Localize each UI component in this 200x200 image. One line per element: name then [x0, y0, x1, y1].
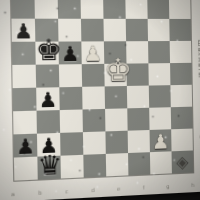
square-d4[interactable]	[82, 86, 105, 109]
square-e4[interactable]	[105, 86, 128, 109]
square-c4[interactable]	[59, 87, 82, 110]
square-a5[interactable]	[12, 65, 36, 88]
square-h1[interactable]: ◈	[172, 150, 194, 173]
file-label-b: b	[38, 189, 42, 196]
square-f2[interactable]	[128, 130, 150, 153]
square-d3[interactable]	[83, 109, 106, 132]
file-label-g: g	[166, 183, 169, 189]
piece-black-pawn-b4[interactable]: ♟	[36, 89, 60, 110]
chess-board-photo: Шахматы 6 ♟♚♟♟♚♟♟♟♟♛◈ abcdefgh	[0, 0, 200, 200]
square-c8[interactable]	[58, 0, 81, 19]
square-e5[interactable]: ♚	[104, 64, 127, 87]
square-c5[interactable]	[59, 64, 82, 87]
right-margin-rank-label: 6	[199, 133, 200, 139]
square-a2[interactable]: ♟	[13, 134, 37, 158]
square-g3[interactable]	[149, 107, 171, 130]
chess-board: ♟♚♟♟♚♟♟♟♟♛◈	[11, 0, 193, 181]
piece-white-king-e5[interactable]: ♚	[104, 55, 127, 86]
square-h6[interactable]	[170, 41, 192, 63]
square-b4[interactable]: ♟	[36, 87, 60, 110]
square-b6[interactable]: ♚	[35, 42, 59, 65]
square-c1[interactable]	[60, 155, 83, 179]
square-d6[interactable]: ♟	[81, 41, 104, 64]
piece-black-pawn-a2[interactable]: ♟	[14, 136, 38, 158]
square-f3[interactable]	[127, 108, 149, 131]
square-b8[interactable]	[35, 0, 59, 19]
square-a3[interactable]	[13, 111, 37, 135]
square-e1[interactable]	[106, 153, 129, 176]
square-h8[interactable]	[169, 0, 191, 19]
square-g6[interactable]	[148, 41, 170, 63]
right-margin-brand-text: Шахматы	[197, 40, 200, 79]
square-c3[interactable]	[60, 109, 83, 132]
board-brand-corner-logo: ◈	[172, 150, 194, 173]
square-f7[interactable]	[126, 19, 148, 41]
square-a1[interactable]	[14, 157, 38, 181]
file-label-a: a	[11, 191, 15, 198]
square-g7[interactable]	[148, 19, 170, 41]
square-g5[interactable]	[148, 63, 170, 85]
square-h5[interactable]	[170, 63, 192, 85]
square-e3[interactable]	[105, 108, 128, 131]
square-g2[interactable]: ♟	[150, 129, 172, 152]
square-h3[interactable]	[171, 107, 193, 130]
square-a7[interactable]: ♟	[11, 19, 35, 42]
square-b1[interactable]: ♛	[37, 156, 61, 180]
square-d5[interactable]	[82, 64, 105, 87]
square-g8[interactable]	[147, 0, 169, 19]
square-b5[interactable]	[36, 64, 60, 87]
file-label-f: f	[143, 184, 145, 190]
square-h7[interactable]	[169, 19, 191, 41]
square-d2[interactable]	[83, 131, 106, 154]
file-label-c: c	[65, 188, 68, 195]
square-g1[interactable]	[150, 151, 172, 174]
piece-black-queen-b1[interactable]: ♛	[37, 151, 61, 179]
piece-white-pawn-d6[interactable]: ♟	[81, 43, 104, 64]
square-e8[interactable]	[103, 0, 126, 19]
square-f1[interactable]	[128, 152, 150, 175]
square-c2[interactable]	[60, 132, 83, 156]
file-label-d: d	[91, 187, 95, 194]
square-f4[interactable]	[127, 86, 149, 109]
square-g4[interactable]	[149, 85, 171, 108]
square-b3[interactable]	[37, 110, 61, 134]
square-d1[interactable]	[83, 154, 106, 178]
square-d7[interactable]	[81, 19, 104, 42]
square-a8[interactable]	[11, 0, 35, 19]
square-h4[interactable]	[170, 85, 192, 107]
square-h2[interactable]	[171, 129, 193, 152]
bottom-margin-file-labels: abcdefgh	[11, 182, 194, 198]
piece-white-pawn-g2[interactable]: ♟	[150, 131, 172, 152]
file-label-h: h	[191, 182, 194, 188]
piece-black-pawn-a7[interactable]: ♟	[11, 21, 35, 42]
square-f8[interactable]	[125, 0, 147, 19]
square-a4[interactable]	[13, 88, 37, 112]
square-e2[interactable]	[105, 131, 128, 154]
square-a6[interactable]	[12, 42, 36, 65]
file-label-e: e	[117, 185, 120, 192]
square-e7[interactable]	[103, 19, 126, 42]
square-d8[interactable]	[81, 0, 104, 19]
piece-black-pawn-c6[interactable]: ♟	[59, 44, 82, 65]
square-c6[interactable]: ♟	[58, 41, 81, 64]
piece-black-king-b6[interactable]: ♚	[35, 35, 59, 65]
